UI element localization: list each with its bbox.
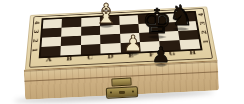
piece-contact-shadow <box>147 35 167 39</box>
chess-piece-black-knight[interactable]: ♞ <box>168 2 193 30</box>
piece-contact-shadow <box>127 52 140 56</box>
piece-contact-shadow <box>155 63 168 67</box>
piece-contact-shadow <box>173 27 190 31</box>
piece-contact-shadow <box>98 24 114 28</box>
photo-scene: 4321 4321 ABCDEFGH ♝♟♚♞♟ <box>0 0 244 104</box>
pieces-layer: ♝♟♚♞♟ <box>0 0 244 104</box>
chess-piece-white-bishop[interactable]: ♝ <box>94 0 118 27</box>
